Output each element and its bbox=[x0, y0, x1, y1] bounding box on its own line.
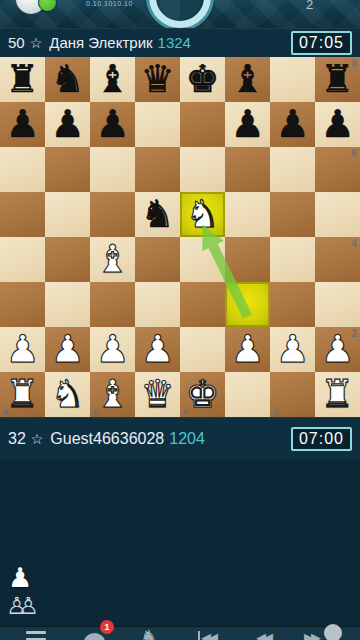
opponent-clock: 07:05 bbox=[291, 31, 352, 55]
file-label-c: c bbox=[93, 406, 99, 417]
chat-badge: 1 bbox=[100, 620, 114, 634]
square-f2[interactable]: ♟ bbox=[225, 327, 270, 372]
square-f3[interactable] bbox=[225, 282, 270, 327]
app-logo-ring-icon[interactable] bbox=[149, 0, 211, 28]
black-pawn-a7: ♟ bbox=[0, 102, 45, 147]
square-b4[interactable] bbox=[45, 237, 90, 282]
white-pawn-d2: ♟ bbox=[135, 327, 180, 372]
header-tiny-text: 0.10.1010.10 bbox=[86, 0, 133, 7]
square-g8[interactable] bbox=[270, 57, 315, 102]
app-header: 0.10.1010.10 2 bbox=[0, 0, 360, 28]
black-bishop-c8: ♝ bbox=[90, 57, 135, 102]
black-pawn-f7: ♟ bbox=[225, 102, 270, 147]
square-a2[interactable]: ♟ bbox=[0, 327, 45, 372]
square-e7[interactable] bbox=[180, 102, 225, 147]
white-pawn-c2: ♟ bbox=[90, 327, 135, 372]
black-bishop-f8: ♝ bbox=[225, 57, 270, 102]
black-pawn-c7: ♟ bbox=[90, 102, 135, 147]
black-pawn-b7: ♟ bbox=[45, 102, 90, 147]
black-king-e8: ♚ bbox=[180, 57, 225, 102]
file-label-a: a bbox=[3, 406, 9, 417]
square-a5[interactable] bbox=[0, 192, 45, 237]
square-a1[interactable]: ♜a bbox=[0, 372, 45, 417]
square-d7[interactable] bbox=[135, 102, 180, 147]
square-h3[interactable] bbox=[315, 282, 360, 327]
square-c6[interactable] bbox=[90, 147, 135, 192]
player-bar[interactable]: 32 ☆ Guest46636028 1204 07:00 bbox=[0, 417, 360, 460]
square-c2[interactable]: ♟ bbox=[90, 327, 135, 372]
square-a6[interactable] bbox=[0, 147, 45, 192]
black-queen-d8: ♛ bbox=[135, 57, 180, 102]
square-b1[interactable]: ♞ bbox=[45, 372, 90, 417]
forward-knob-icon[interactable] bbox=[324, 624, 342, 640]
rank-label-8: 8 bbox=[351, 58, 357, 69]
white-pawn-b2: ♟ bbox=[45, 327, 90, 372]
star-icon: ☆ bbox=[30, 35, 43, 51]
square-c3[interactable] bbox=[90, 282, 135, 327]
rank-label-2: 2 bbox=[351, 328, 357, 339]
square-b2[interactable]: ♟ bbox=[45, 327, 90, 372]
square-f6[interactable] bbox=[225, 147, 270, 192]
file-label-e: e bbox=[183, 406, 189, 417]
player-clock: 07:00 bbox=[291, 427, 352, 451]
square-a3[interactable] bbox=[0, 282, 45, 327]
square-b7[interactable]: ♟ bbox=[45, 102, 90, 147]
chess-app-screen: 0.10.1010.10 2 50 ☆ Даня Электрик 1324 0… bbox=[0, 0, 360, 640]
square-h5[interactable] bbox=[315, 192, 360, 237]
square-d8[interactable]: ♛ bbox=[135, 57, 180, 102]
bottom-toolbar: 1 ♞ ◀◀ ◀◀ ▶▶ bbox=[0, 626, 360, 640]
square-h1[interactable]: ♜ bbox=[315, 372, 360, 417]
white-pawn-g2: ♟ bbox=[270, 327, 315, 372]
two-pawns-icon[interactable]: ♙♙ bbox=[6, 594, 29, 618]
white-pawn-a2: ♟ bbox=[0, 327, 45, 372]
square-h7[interactable]: ♟ bbox=[315, 102, 360, 147]
square-d3[interactable] bbox=[135, 282, 180, 327]
square-e6[interactable] bbox=[180, 147, 225, 192]
black-knight-b8: ♞ bbox=[45, 57, 90, 102]
white-rook-h1: ♜ bbox=[315, 372, 360, 417]
square-h6[interactable]: 6 bbox=[315, 147, 360, 192]
white-queen-d1: ♛ bbox=[135, 372, 180, 417]
square-b5[interactable] bbox=[45, 192, 90, 237]
square-f4[interactable] bbox=[225, 237, 270, 282]
square-f1[interactable] bbox=[225, 372, 270, 417]
black-pawn-h7: ♟ bbox=[315, 102, 360, 147]
square-d2[interactable]: ♟ bbox=[135, 327, 180, 372]
square-d4[interactable] bbox=[135, 237, 180, 282]
player-star-count: 32 bbox=[8, 430, 26, 448]
square-c4[interactable]: ♝ bbox=[90, 237, 135, 282]
opponent-name: Даня Электрик bbox=[49, 34, 152, 51]
square-e3[interactable] bbox=[180, 282, 225, 327]
black-rook-a8: ♜ bbox=[0, 57, 45, 102]
square-c1[interactable]: ♝c bbox=[90, 372, 135, 417]
square-d1[interactable]: ♛ bbox=[135, 372, 180, 417]
square-f8[interactable]: ♝ bbox=[225, 57, 270, 102]
square-g3[interactable] bbox=[270, 282, 315, 327]
square-d5[interactable]: ♞ bbox=[135, 192, 180, 237]
square-c7[interactable]: ♟ bbox=[90, 102, 135, 147]
step-forward-icon[interactable]: ▶▶ bbox=[304, 631, 318, 640]
square-a4[interactable] bbox=[0, 237, 45, 282]
square-e4[interactable] bbox=[180, 237, 225, 282]
lower-panel: ♟ ♙♙ bbox=[0, 460, 360, 627]
square-g4[interactable] bbox=[270, 237, 315, 282]
square-f5[interactable] bbox=[225, 192, 270, 237]
square-e1[interactable]: ♚e bbox=[180, 372, 225, 417]
square-c5[interactable] bbox=[90, 192, 135, 237]
square-g1[interactable]: g bbox=[270, 372, 315, 417]
header-counter: 2 bbox=[306, 0, 313, 12]
square-b3[interactable] bbox=[45, 282, 90, 327]
chat-icon[interactable] bbox=[84, 633, 105, 640]
square-e8[interactable]: ♚ bbox=[180, 57, 225, 102]
square-a8[interactable]: ♜ bbox=[0, 57, 45, 102]
square-a7[interactable]: ♟ bbox=[0, 102, 45, 147]
square-e2[interactable] bbox=[180, 327, 225, 372]
rank-label-4: 4 bbox=[351, 238, 357, 249]
skip-to-start-icon[interactable]: ◀◀ bbox=[198, 631, 215, 640]
board-container: ♜♞♝♛♚♝♜8♟♟♟♟♟♟6♞♞♝4♟♟♟♟♟♟♟2♜a♞♝c♛♚eg♜ bbox=[0, 57, 360, 417]
menu-icon[interactable] bbox=[26, 631, 46, 640]
step-back-icon[interactable]: ◀◀ bbox=[256, 631, 270, 640]
player-rating: 1204 bbox=[169, 430, 205, 448]
player-name: Guest46636028 bbox=[50, 430, 164, 448]
square-d6[interactable] bbox=[135, 147, 180, 192]
square-b8[interactable]: ♞ bbox=[45, 57, 90, 102]
black-knight-d5: ♞ bbox=[135, 192, 180, 237]
opponent-player-bar[interactable]: 50 ☆ Даня Электрик 1324 07:05 bbox=[0, 28, 360, 57]
square-g7[interactable]: ♟ bbox=[270, 102, 315, 147]
knight-menu-icon[interactable]: ♞ bbox=[140, 628, 159, 640]
square-g6[interactable] bbox=[270, 147, 315, 192]
white-pawn-icon[interactable]: ♟ bbox=[8, 564, 32, 591]
white-knight-b1: ♞ bbox=[45, 372, 90, 417]
rank-label-6: 6 bbox=[351, 148, 357, 159]
square-e5[interactable]: ♞ bbox=[180, 192, 225, 237]
star-icon: ☆ bbox=[31, 431, 44, 447]
white-knight-e5: ♞ bbox=[180, 192, 225, 237]
white-bishop-c4: ♝ bbox=[90, 237, 135, 282]
chess-board[interactable]: ♜♞♝♛♚♝♜8♟♟♟♟♟♟6♞♞♝4♟♟♟♟♟♟♟2♜a♞♝c♛♚eg♜ bbox=[0, 57, 360, 417]
square-h2[interactable]: ♟2 bbox=[315, 327, 360, 372]
file-label-g: g bbox=[273, 406, 279, 417]
white-pawn-f2: ♟ bbox=[225, 327, 270, 372]
square-g2[interactable]: ♟ bbox=[270, 327, 315, 372]
square-c8[interactable]: ♝ bbox=[90, 57, 135, 102]
opponent-star-count: 50 bbox=[8, 34, 25, 51]
square-h8[interactable]: ♜8 bbox=[315, 57, 360, 102]
square-g5[interactable] bbox=[270, 192, 315, 237]
black-pawn-g7: ♟ bbox=[270, 102, 315, 147]
opponent-rating: 1324 bbox=[158, 34, 191, 51]
square-h4[interactable]: 4 bbox=[315, 237, 360, 282]
square-f7[interactable]: ♟ bbox=[225, 102, 270, 147]
square-b6[interactable] bbox=[45, 147, 90, 192]
